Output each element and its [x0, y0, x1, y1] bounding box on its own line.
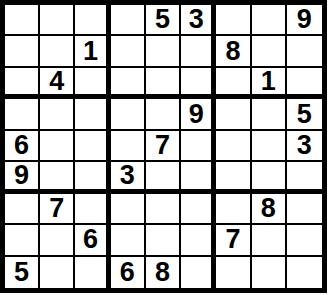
cell-r5c3-empty[interactable] — [75, 131, 110, 162]
cell-r7c8-given-digit[interactable]: 8 — [252, 194, 287, 225]
cell-r8c8-empty[interactable] — [252, 225, 287, 256]
cell-r8c1-empty[interactable] — [5, 225, 40, 256]
cell-r7c1-empty[interactable] — [5, 194, 40, 225]
cell-r5c8-empty[interactable] — [252, 131, 287, 162]
cell-r4c7-empty[interactable] — [216, 99, 251, 130]
cell-r7c7-empty[interactable] — [216, 194, 251, 225]
cell-r5c2-empty[interactable] — [40, 131, 75, 162]
cell-r1c3-empty[interactable] — [75, 5, 110, 36]
cell-r5c1-given-digit[interactable]: 6 — [5, 131, 40, 162]
cell-r1c2-empty[interactable] — [40, 5, 75, 36]
cell-r9c6-empty[interactable] — [181, 257, 216, 288]
cell-r3c5-empty[interactable] — [146, 68, 181, 99]
cell-r1c8-empty[interactable] — [252, 5, 287, 36]
cell-r5c5-given-digit[interactable]: 7 — [146, 131, 181, 162]
cell-r4c3-empty[interactable] — [75, 99, 110, 130]
cell-r3c2-given-digit[interactable]: 4 — [40, 68, 75, 99]
cell-r7c9-empty[interactable] — [287, 194, 322, 225]
cell-r9c5-given-digit[interactable]: 8 — [146, 257, 181, 288]
cell-r3c8-given-digit[interactable]: 1 — [252, 68, 287, 99]
cell-r7c5-empty[interactable] — [146, 194, 181, 225]
cell-r6c8-empty[interactable] — [252, 162, 287, 193]
cell-r8c6-empty[interactable] — [181, 225, 216, 256]
cell-r3c4-empty[interactable] — [111, 68, 146, 99]
cell-r7c2-given-digit[interactable]: 7 — [40, 194, 75, 225]
cell-r8c3-given-digit[interactable]: 6 — [75, 225, 110, 256]
cell-r5c9-given-digit[interactable]: 3 — [287, 131, 322, 162]
cell-r9c1-given-digit[interactable]: 5 — [5, 257, 40, 288]
cell-r4c1-empty[interactable] — [5, 99, 40, 130]
cell-r3c6-empty[interactable] — [181, 68, 216, 99]
cell-r1c5-given-digit[interactable]: 5 — [146, 5, 181, 36]
cell-r1c1-empty[interactable] — [5, 5, 40, 36]
cell-r8c2-empty[interactable] — [40, 225, 75, 256]
sudoku-page: 539184195673937867568 — [0, 0, 329, 295]
cell-r4c8-empty[interactable] — [252, 99, 287, 130]
cell-r2c1-empty[interactable] — [5, 36, 40, 67]
cell-r6c2-empty[interactable] — [40, 162, 75, 193]
cell-r6c5-empty[interactable] — [146, 162, 181, 193]
cell-r9c9-empty[interactable] — [287, 257, 322, 288]
cell-r3c1-empty[interactable] — [5, 68, 40, 99]
cell-r8c7-given-digit[interactable]: 7 — [216, 225, 251, 256]
cell-r2c9-empty[interactable] — [287, 36, 322, 67]
cell-r6c3-empty[interactable] — [75, 162, 110, 193]
cell-r4c2-empty[interactable] — [40, 99, 75, 130]
cell-r1c6-given-digit[interactable]: 3 — [181, 5, 216, 36]
cell-r9c4-given-digit[interactable]: 6 — [111, 257, 146, 288]
cell-r9c2-empty[interactable] — [40, 257, 75, 288]
cell-r2c3-given-digit[interactable]: 1 — [75, 36, 110, 67]
cell-r9c7-empty[interactable] — [216, 257, 251, 288]
cell-r4c4-empty[interactable] — [111, 99, 146, 130]
cell-r1c9-given-digit[interactable]: 9 — [287, 5, 322, 36]
cell-r8c9-empty[interactable] — [287, 225, 322, 256]
cell-r7c3-empty[interactable] — [75, 194, 110, 225]
cell-r5c6-empty[interactable] — [181, 131, 216, 162]
cell-r6c9-empty[interactable] — [287, 162, 322, 193]
cell-r6c6-empty[interactable] — [181, 162, 216, 193]
cell-r2c8-empty[interactable] — [252, 36, 287, 67]
cell-r7c4-empty[interactable] — [111, 194, 146, 225]
cell-r2c5-empty[interactable] — [146, 36, 181, 67]
cell-r5c7-empty[interactable] — [216, 131, 251, 162]
cell-r4c5-empty[interactable] — [146, 99, 181, 130]
cell-r2c2-empty[interactable] — [40, 36, 75, 67]
cell-r6c4-given-digit[interactable]: 3 — [111, 162, 146, 193]
cell-r1c7-empty[interactable] — [216, 5, 251, 36]
cell-r5c4-empty[interactable] — [111, 131, 146, 162]
cell-r2c4-empty[interactable] — [111, 36, 146, 67]
cell-r7c6-empty[interactable] — [181, 194, 216, 225]
cell-r4c6-given-digit[interactable]: 9 — [181, 99, 216, 130]
cell-r9c3-empty[interactable] — [75, 257, 110, 288]
cell-r3c3-empty[interactable] — [75, 68, 110, 99]
cell-r3c9-empty[interactable] — [287, 68, 322, 99]
cell-r2c7-given-digit[interactable]: 8 — [216, 36, 251, 67]
cell-r2c6-empty[interactable] — [181, 36, 216, 67]
cell-r4c9-given-digit[interactable]: 5 — [287, 99, 322, 130]
cell-r6c1-given-digit[interactable]: 9 — [5, 162, 40, 193]
cell-r9c8-empty[interactable] — [252, 257, 287, 288]
cell-r1c4-empty[interactable] — [111, 5, 146, 36]
sudoku-board: 539184195673937867568 — [0, 0, 327, 293]
cell-r8c4-empty[interactable] — [111, 225, 146, 256]
cell-r8c5-empty[interactable] — [146, 225, 181, 256]
cell-r6c7-empty[interactable] — [216, 162, 251, 193]
cell-r3c7-empty[interactable] — [216, 68, 251, 99]
